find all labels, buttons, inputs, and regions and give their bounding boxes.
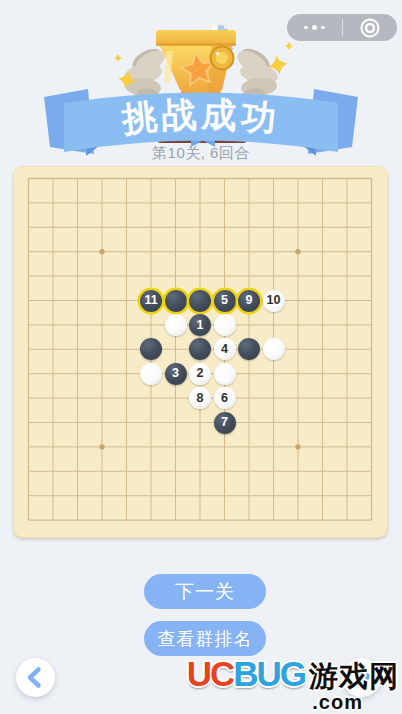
stone-white-r8c8: [214, 363, 236, 385]
stone-white-r8c5: [140, 363, 162, 385]
stone-black-r5c6: [165, 290, 187, 312]
screen: 挑战成功 第10关, 6回合 1159101432867 下一关 查看群排名 U…: [0, 0, 402, 714]
stone-white-r7c10: [263, 338, 285, 360]
stone-white-r7c8-move4: 4: [214, 338, 236, 360]
stone-black-r10c8-move7: 7: [214, 412, 236, 434]
stone-white-r6c8: [214, 314, 236, 336]
stone-black-r6c7-move1: 1: [189, 314, 211, 336]
stone-black-r8c6-move3: 3: [165, 363, 187, 385]
next-level-button[interactable]: 下一关: [144, 574, 266, 609]
watermark-bug: BUG: [233, 656, 305, 691]
share-button[interactable]: [342, 658, 381, 697]
trophy-icon: [156, 30, 236, 99]
stone-white-r9c8-move6: 6: [214, 387, 236, 409]
stone-black-r7c7: [189, 338, 211, 360]
stone-black-r5c9-move9: 9: [238, 290, 260, 312]
medal-icon: [211, 47, 234, 70]
watermark-uc: UC: [187, 656, 234, 691]
stone-white-r9c7-move8: 8: [189, 387, 211, 409]
stones-layer: 1159101432867: [13, 166, 388, 538]
stone-black-r7c9: [238, 338, 260, 360]
back-button[interactable]: [16, 658, 55, 697]
victory-header: 挑战成功: [0, 0, 402, 165]
stone-black-r5c5-move11: 11: [140, 290, 162, 312]
group-rank-button[interactable]: 查看群排名: [144, 621, 266, 656]
chevron-left-icon: [16, 658, 55, 697]
watermark-com: .com: [187, 692, 363, 712]
stone-white-r8c7-move2: 2: [189, 363, 211, 385]
level-info: 第10关, 6回合: [0, 144, 402, 163]
stone-black-r5c8-move5: 5: [214, 290, 236, 312]
stone-white-r6c6: [165, 314, 187, 336]
share-arrow-icon: [342, 658, 381, 697]
stone-black-r7c5: [140, 338, 162, 360]
stone-white-r5c10-move10: 10: [263, 290, 285, 312]
game-board: 1159101432867: [13, 166, 388, 538]
stone-black-r5c7: [189, 290, 211, 312]
